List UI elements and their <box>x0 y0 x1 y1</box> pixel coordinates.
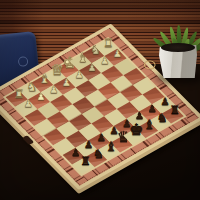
photo-scene: ♜♞♝♛♚♝♞♜♟♟♟♟♟♟♟♟♟♟♟♟♟♟♟♟♜♞♝♛♚♝♞♜ <box>0 0 200 200</box>
pot-soil <box>161 43 195 52</box>
book-emblem <box>18 56 29 67</box>
